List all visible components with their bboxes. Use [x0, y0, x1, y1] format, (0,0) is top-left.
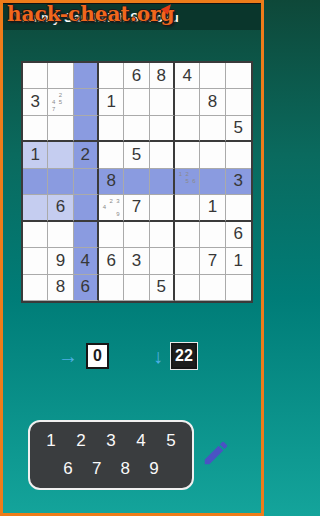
- number-pad: 12345 6789: [28, 420, 194, 490]
- cell-r2c2[interactable]: 2457: [48, 89, 73, 115]
- cell-r7c7[interactable]: [175, 222, 200, 248]
- col-clue-value[interactable]: 22: [171, 343, 197, 369]
- cell-r3c1[interactable]: [23, 116, 48, 142]
- cell-r9c8[interactable]: [200, 275, 225, 301]
- cell-r3c2[interactable]: [48, 116, 73, 142]
- cell-r8c5[interactable]: 3: [124, 248, 149, 274]
- cell-r9c9[interactable]: [226, 275, 251, 301]
- cell-r6c2[interactable]: 6: [48, 195, 73, 221]
- cell-r4c7[interactable]: [175, 142, 200, 168]
- cell-r7c8[interactable]: [200, 222, 225, 248]
- pencil-mode-button[interactable]: [199, 436, 233, 470]
- cell-r3c9[interactable]: 5: [226, 116, 251, 142]
- cell-r6c5[interactable]: 7: [124, 195, 149, 221]
- numpad-button-1[interactable]: 1: [43, 431, 59, 451]
- cell-r4c6[interactable]: [150, 142, 175, 168]
- watermark: hack-cheat.org: [7, 2, 172, 26]
- cell-r5c9[interactable]: 3: [226, 169, 251, 195]
- cell-r1c1[interactable]: [23, 63, 48, 89]
- numpad-button-2[interactable]: 2: [73, 431, 89, 451]
- cell-r7c6[interactable]: [150, 222, 175, 248]
- cell-r9c6[interactable]: 5: [150, 275, 175, 301]
- cell-r5c5[interactable]: [124, 169, 149, 195]
- cell-r9c7[interactable]: [175, 275, 200, 301]
- numpad-button-3[interactable]: 3: [103, 431, 119, 451]
- cell-r8c3[interactable]: 4: [74, 248, 99, 274]
- cell-r4c2[interactable]: [48, 142, 73, 168]
- down-arrow-icon: ↓: [153, 346, 163, 366]
- cell-r7c3[interactable]: [74, 222, 99, 248]
- cell-r1c3[interactable]: [74, 63, 99, 89]
- cell-r2c6[interactable]: [150, 89, 175, 115]
- numpad-button-7[interactable]: 7: [89, 459, 105, 479]
- cell-r1c7[interactable]: 4: [175, 63, 200, 89]
- app-screen: { "game": "sandwich-sudoku", "position":…: [0, 0, 264, 516]
- cell-r8c1[interactable]: [23, 248, 48, 274]
- cell-r8c2[interactable]: 9: [48, 248, 73, 274]
- cell-r2c4[interactable]: 1: [99, 89, 124, 115]
- cell-r6c4[interactable]: 2349: [99, 195, 124, 221]
- cell-r1c8[interactable]: [200, 63, 225, 89]
- cell-r1c6[interactable]: 8: [150, 63, 175, 89]
- cell-r9c5[interactable]: [124, 275, 149, 301]
- watermark-text: hack-cheat.org: [7, 2, 175, 26]
- cell-r1c4[interactable]: [99, 63, 124, 89]
- numpad-button-6[interactable]: 6: [60, 459, 76, 479]
- cell-r5c8[interactable]: [200, 169, 225, 195]
- numpad-button-9[interactable]: 9: [146, 459, 162, 479]
- cell-r2c9[interactable]: [226, 89, 251, 115]
- cell-r2c1[interactable]: 3: [23, 89, 48, 115]
- cell-r3c6[interactable]: [150, 116, 175, 142]
- cell-r3c5[interactable]: [124, 116, 149, 142]
- numpad-button-8[interactable]: 8: [117, 459, 133, 479]
- cell-r2c3[interactable]: [74, 89, 99, 115]
- row-clue-value[interactable]: 0: [86, 343, 109, 369]
- cell-r6c6[interactable]: [150, 195, 175, 221]
- numpad-button-4[interactable]: 4: [133, 431, 149, 451]
- cell-r3c3[interactable]: [74, 116, 99, 142]
- cell-r9c1[interactable]: [23, 275, 48, 301]
- cell-r7c9[interactable]: 6: [226, 222, 251, 248]
- cell-r9c2[interactable]: 8: [48, 275, 73, 301]
- cell-r3c4[interactable]: [99, 116, 124, 142]
- cell-r6c7[interactable]: [175, 195, 200, 221]
- pencil-icon: [201, 438, 231, 468]
- cell-r1c5[interactable]: 6: [124, 63, 149, 89]
- cell-r8c8[interactable]: 7: [200, 248, 225, 274]
- cell-r5c6[interactable]: [150, 169, 175, 195]
- cell-r7c1[interactable]: [23, 222, 48, 248]
- pencil-notes: 2457: [48, 89, 72, 114]
- cell-r4c4[interactable]: [99, 142, 124, 168]
- cell-r6c9[interactable]: [226, 195, 251, 221]
- cell-r2c8[interactable]: 8: [200, 89, 225, 115]
- cell-r4c3[interactable]: 2: [74, 142, 99, 168]
- cell-r5c3[interactable]: [74, 169, 99, 195]
- cell-r8c9[interactable]: 1: [226, 248, 251, 274]
- cell-r5c7[interactable]: 1256: [175, 169, 200, 195]
- cell-r2c5[interactable]: [124, 89, 149, 115]
- cell-r7c2[interactable]: [48, 222, 73, 248]
- cell-r5c4[interactable]: 8: [99, 169, 124, 195]
- cell-r4c1[interactable]: 1: [23, 142, 48, 168]
- cell-r5c2[interactable]: [48, 169, 73, 195]
- numpad-button-5[interactable]: 5: [163, 431, 179, 451]
- cell-r1c2[interactable]: [48, 63, 73, 89]
- cell-r5c1[interactable]: [23, 169, 48, 195]
- cell-r2c7[interactable]: [175, 89, 200, 115]
- numpad-row-2: 6789: [30, 459, 192, 479]
- pencil-notes: 1256: [175, 169, 199, 194]
- numpad-row-1: 12345: [30, 431, 192, 451]
- cell-r7c4[interactable]: [99, 222, 124, 248]
- cell-r3c7[interactable]: [175, 116, 200, 142]
- sandwich-row-clue: → 0: [58, 343, 109, 369]
- cell-r6c8[interactable]: 1: [200, 195, 225, 221]
- cell-r8c7[interactable]: [175, 248, 200, 274]
- cell-r9c4[interactable]: [99, 275, 124, 301]
- pencil-notes: 2349: [99, 195, 123, 219]
- cell-r4c9[interactable]: [226, 142, 251, 168]
- cell-r8c4[interactable]: 6: [99, 248, 124, 274]
- cell-r1c9[interactable]: [226, 63, 251, 89]
- cell-r3c8[interactable]: [200, 116, 225, 142]
- sandwich-col-clue: ↓ 22: [153, 343, 197, 369]
- cell-r4c8[interactable]: [200, 142, 225, 168]
- cell-r6c1[interactable]: [23, 195, 48, 221]
- cell-r6c3[interactable]: [74, 195, 99, 221]
- cell-r8c6[interactable]: [150, 248, 175, 274]
- cell-r7c5[interactable]: [124, 222, 149, 248]
- sudoku-grid: 6843245718512581256362349716946371865: [21, 61, 253, 303]
- cell-r9c3[interactable]: 6: [74, 275, 99, 301]
- right-arrow-icon: →: [58, 346, 78, 366]
- cell-r4c5[interactable]: 5: [124, 142, 149, 168]
